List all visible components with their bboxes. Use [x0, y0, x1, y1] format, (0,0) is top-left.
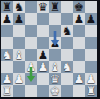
square-d8[interactable]: ♛	[37, 1, 49, 13]
black-piece-p-a7[interactable]: ♟	[2, 13, 12, 25]
square-f1[interactable]	[61, 85, 73, 97]
square-g2[interactable]: ♟	[73, 73, 85, 85]
square-h7[interactable]: ♟	[85, 13, 97, 25]
square-e6[interactable]	[49, 25, 61, 37]
square-f4[interactable]	[61, 49, 73, 61]
black-piece-n-b8[interactable]: ♞	[14, 1, 24, 13]
black-piece-p-d4[interactable]: ♟	[38, 49, 48, 61]
square-d6[interactable]	[37, 25, 49, 37]
white-piece-p-d3[interactable]: ♟	[38, 61, 48, 73]
white-piece-p-g2[interactable]: ♟	[74, 73, 84, 85]
white-piece-b-e3[interactable]: ♝	[50, 61, 60, 73]
square-c7[interactable]	[25, 13, 37, 25]
white-piece-p-a2[interactable]: ♟	[2, 73, 12, 85]
square-h8[interactable]	[85, 1, 97, 13]
square-c8[interactable]	[25, 1, 37, 13]
black-piece-r-a8[interactable]: ♜	[2, 1, 12, 13]
black-piece-k-g8[interactable]: ♚	[74, 1, 84, 13]
square-g8[interactable]: ♚	[73, 1, 85, 13]
square-g6[interactable]	[73, 25, 85, 37]
white-piece-r-h1[interactable]: ♜	[86, 85, 96, 97]
white-piece-r-a1[interactable]: ♜	[2, 85, 12, 97]
square-g3[interactable]	[73, 61, 85, 73]
square-h3[interactable]	[85, 61, 97, 73]
square-f2[interactable]	[61, 73, 73, 85]
square-h5[interactable]	[85, 37, 97, 49]
square-a2[interactable]: ♟	[1, 73, 13, 85]
white-piece-b-b4[interactable]: ♝	[14, 49, 24, 61]
white-piece-n-f3[interactable]: ♞	[62, 61, 72, 73]
white-piece-p-h2[interactable]: ♟	[86, 73, 96, 85]
white-piece-q-e2[interactable]: ♛	[50, 73, 60, 85]
square-d2[interactable]	[37, 73, 49, 85]
square-c1[interactable]	[25, 85, 37, 97]
square-d7[interactable]	[37, 13, 49, 25]
square-e2[interactable]: ♛	[49, 73, 61, 85]
square-e8[interactable]: ♜	[49, 1, 61, 13]
square-b2[interactable]: ♟	[13, 73, 25, 85]
square-e5[interactable]: ♟	[49, 37, 61, 49]
square-e7[interactable]	[49, 13, 61, 25]
white-piece-p-c3[interactable]: ♟	[26, 61, 36, 73]
square-b1[interactable]	[13, 85, 25, 97]
square-a8[interactable]: ♜	[1, 1, 13, 13]
square-a5[interactable]	[1, 37, 13, 49]
square-a4[interactable]: ♞	[1, 49, 13, 61]
square-c6[interactable]	[25, 25, 37, 37]
square-c4[interactable]	[25, 49, 37, 61]
square-c2[interactable]	[25, 73, 37, 85]
square-f8[interactable]	[61, 1, 73, 13]
white-piece-p-b2[interactable]: ♟	[14, 73, 24, 85]
square-f7[interactable]	[61, 13, 73, 25]
black-piece-n-f6[interactable]: ♞	[62, 25, 72, 37]
square-b6[interactable]	[13, 25, 25, 37]
square-e3[interactable]: ♝	[49, 61, 61, 73]
square-b5[interactable]	[13, 37, 25, 49]
black-piece-q-d8[interactable]: ♛	[38, 1, 48, 13]
white-piece-n-a4[interactable]: ♞	[2, 49, 12, 61]
square-a1[interactable]: ♜	[1, 85, 13, 97]
square-f3[interactable]: ♞	[61, 61, 73, 73]
square-d5[interactable]	[37, 37, 49, 49]
square-f6[interactable]: ♞	[61, 25, 73, 37]
square-d1[interactable]	[37, 85, 49, 97]
square-g5[interactable]	[73, 37, 85, 49]
square-d3[interactable]: ♟	[37, 61, 49, 73]
square-e1[interactable]: ♚	[49, 85, 61, 97]
square-g7[interactable]: ♟	[73, 13, 85, 25]
square-b4[interactable]: ♝	[13, 49, 25, 61]
black-piece-p-e5[interactable]: ♟	[50, 37, 60, 49]
square-g4[interactable]	[73, 49, 85, 61]
square-h4[interactable]	[85, 49, 97, 61]
square-c3[interactable]: ♟	[25, 61, 37, 73]
square-h6[interactable]	[85, 25, 97, 37]
square-f5[interactable]	[61, 37, 73, 49]
black-piece-p-b7[interactable]: ♟	[14, 13, 24, 25]
black-piece-r-e8[interactable]: ♜	[50, 1, 60, 13]
square-e4[interactable]	[49, 49, 61, 61]
square-g1[interactable]	[73, 85, 85, 97]
black-piece-p-h7[interactable]: ♟	[86, 13, 96, 25]
square-a6[interactable]	[1, 25, 13, 37]
white-piece-k-e1[interactable]: ♚	[50, 85, 60, 97]
square-h1[interactable]: ♜	[85, 85, 97, 97]
square-b3[interactable]	[13, 61, 25, 73]
square-d4[interactable]: ♟	[37, 49, 49, 61]
chess-gui-window: ♜♞♛♜♚♟♟♟♟♞♟♞♝♟♟♟♝♞♟♟♛♟♟♜♚♜	[0, 0, 100, 99]
square-b8[interactable]: ♞	[13, 1, 25, 13]
chess-board: ♜♞♛♜♚♟♟♟♟♞♟♞♝♟♟♟♝♞♟♟♛♟♟♜♚♜	[1, 1, 97, 97]
square-h2[interactable]: ♟	[85, 73, 97, 85]
square-b7[interactable]: ♟	[13, 13, 25, 25]
black-piece-p-g7[interactable]: ♟	[74, 13, 84, 25]
square-a7[interactable]: ♟	[1, 13, 13, 25]
square-a3[interactable]	[1, 61, 13, 73]
square-c5[interactable]	[25, 37, 37, 49]
